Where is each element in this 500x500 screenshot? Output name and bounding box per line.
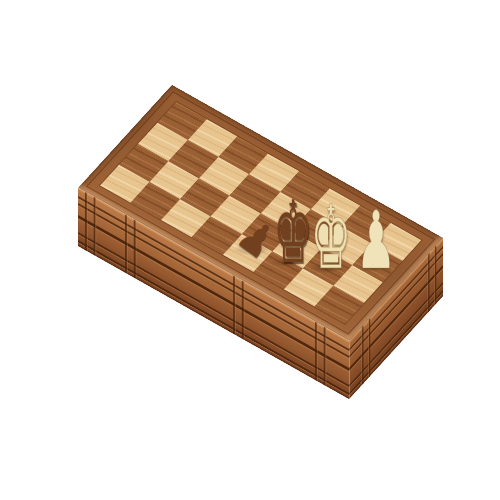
side-groove-vertical [242, 280, 244, 339]
side-groove-vertical [428, 253, 429, 312]
product-photo-scene: ♟ ♚ ♚ ♟ [0, 0, 500, 500]
dark-king-piece: ♚ [273, 189, 313, 275]
light-pawn-piece: ♟ [356, 201, 396, 281]
side-groove-vertical [134, 219, 136, 278]
side-groove-vertical [369, 318, 370, 377]
side-groove-vertical [125, 215, 127, 274]
light-king-piece: ♚ [310, 194, 351, 282]
side-groove-vertical [94, 197, 96, 256]
side-groove-vertical [233, 276, 235, 335]
side-groove-vertical [315, 322, 317, 381]
side-groove-vertical [324, 327, 326, 386]
side-groove-vertical [435, 245, 436, 304]
side-groove-vertical [362, 325, 363, 384]
side-groove-vertical [85, 192, 87, 251]
